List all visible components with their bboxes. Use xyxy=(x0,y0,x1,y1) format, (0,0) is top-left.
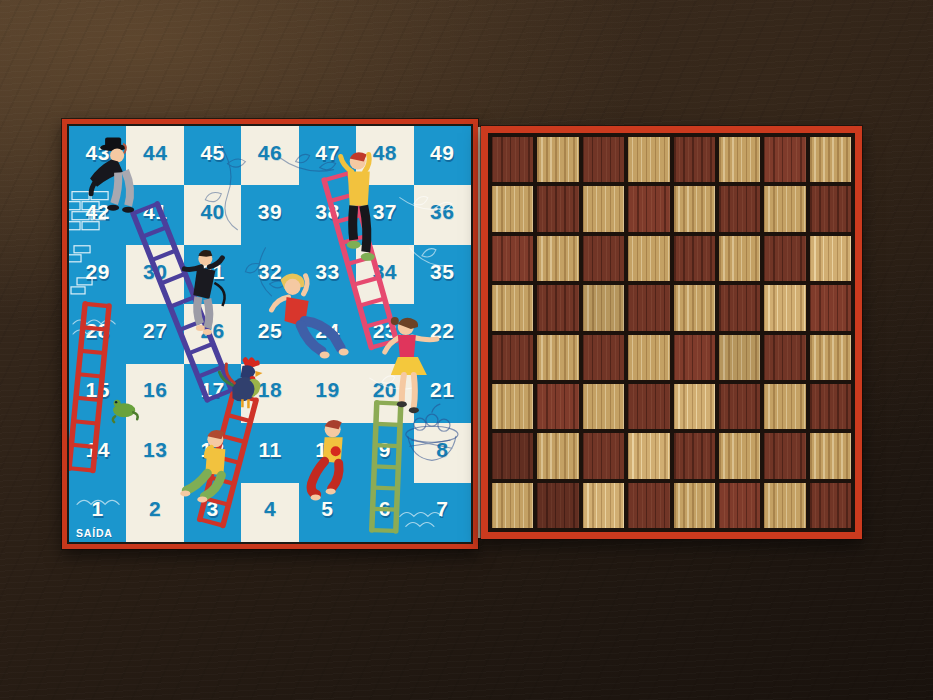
dark-wood-square xyxy=(674,137,715,182)
light-wood-square xyxy=(583,285,624,330)
dark-wood-square xyxy=(674,335,715,380)
light-wood-square xyxy=(719,137,760,182)
light-wood-square xyxy=(810,433,851,478)
ladders-game-board: 4344454647484942414039383736293031323334… xyxy=(62,119,478,549)
light-wood-square xyxy=(719,335,760,380)
dark-wood-square xyxy=(764,433,805,478)
light-wood-square xyxy=(628,137,669,182)
dark-wood-square xyxy=(583,335,624,380)
dark-wood-square xyxy=(583,433,624,478)
light-wood-square xyxy=(583,384,624,429)
ladders-illustration-overlay xyxy=(69,126,471,542)
light-wood-square xyxy=(764,186,805,231)
dark-wood-square xyxy=(719,483,760,528)
light-wood-square xyxy=(492,186,533,231)
light-wood-square xyxy=(628,335,669,380)
light-wood-square xyxy=(492,285,533,330)
light-wood-square xyxy=(537,335,578,380)
vine-sketch xyxy=(245,248,285,296)
dark-wood-square xyxy=(764,236,805,281)
ladders-board-playfield: 4344454647484942414039383736293031323334… xyxy=(67,124,473,544)
light-wood-square xyxy=(764,384,805,429)
checkers-square-grid xyxy=(488,133,855,532)
dark-wood-square xyxy=(537,285,578,330)
dark-wood-square xyxy=(719,186,760,231)
light-wood-square xyxy=(674,483,715,528)
light-wood-square xyxy=(583,483,624,528)
dark-wood-square xyxy=(810,285,851,330)
light-wood-square xyxy=(628,433,669,478)
light-wood-square xyxy=(537,236,578,281)
figure-seated-boy xyxy=(180,430,225,502)
dark-wood-square xyxy=(674,433,715,478)
light-wood-square xyxy=(764,285,805,330)
light-wood-square xyxy=(719,236,760,281)
light-wood-square xyxy=(492,384,533,429)
dark-wood-square xyxy=(810,384,851,429)
dark-wood-square xyxy=(674,236,715,281)
light-wood-square xyxy=(719,433,760,478)
light-wood-square xyxy=(492,483,533,528)
vine-sketch xyxy=(205,144,335,230)
light-wood-square xyxy=(674,285,715,330)
frog-illustration xyxy=(113,400,138,423)
dark-wood-square xyxy=(764,137,805,182)
light-wood-square xyxy=(810,137,851,182)
dark-wood-square xyxy=(492,236,533,281)
dark-wood-square xyxy=(719,285,760,330)
light-wood-square xyxy=(537,137,578,182)
dark-wood-square xyxy=(719,384,760,429)
dark-wood-square xyxy=(537,483,578,528)
dark-wood-square xyxy=(628,285,669,330)
wooden-checkers-board xyxy=(481,126,862,539)
dark-wood-square xyxy=(810,186,851,231)
dark-wood-square xyxy=(810,483,851,528)
light-wood-square xyxy=(537,433,578,478)
ladder-red-left xyxy=(69,304,109,471)
ladder-purple xyxy=(133,204,231,400)
ladder-green xyxy=(372,403,401,531)
dark-wood-square xyxy=(492,335,533,380)
dark-wood-square xyxy=(583,137,624,182)
light-wood-square xyxy=(674,384,715,429)
dark-wood-square xyxy=(628,186,669,231)
light-wood-square xyxy=(764,483,805,528)
brick-wall-sketch xyxy=(69,192,108,294)
dark-wood-square xyxy=(492,137,533,182)
light-wood-square xyxy=(628,236,669,281)
dark-wood-square xyxy=(537,384,578,429)
dark-wood-square xyxy=(628,384,669,429)
light-wood-square xyxy=(583,186,624,231)
dark-wood-square xyxy=(583,236,624,281)
dark-wood-square xyxy=(492,433,533,478)
figure-boy-climbing-pink-ladder xyxy=(341,152,375,261)
dark-wood-square xyxy=(764,335,805,380)
dark-wood-square xyxy=(628,483,669,528)
figure-boy-with-apple xyxy=(311,420,343,500)
light-wood-square xyxy=(810,335,851,380)
dark-wood-square xyxy=(537,186,578,231)
light-wood-square xyxy=(674,186,715,231)
light-wood-square xyxy=(810,236,851,281)
